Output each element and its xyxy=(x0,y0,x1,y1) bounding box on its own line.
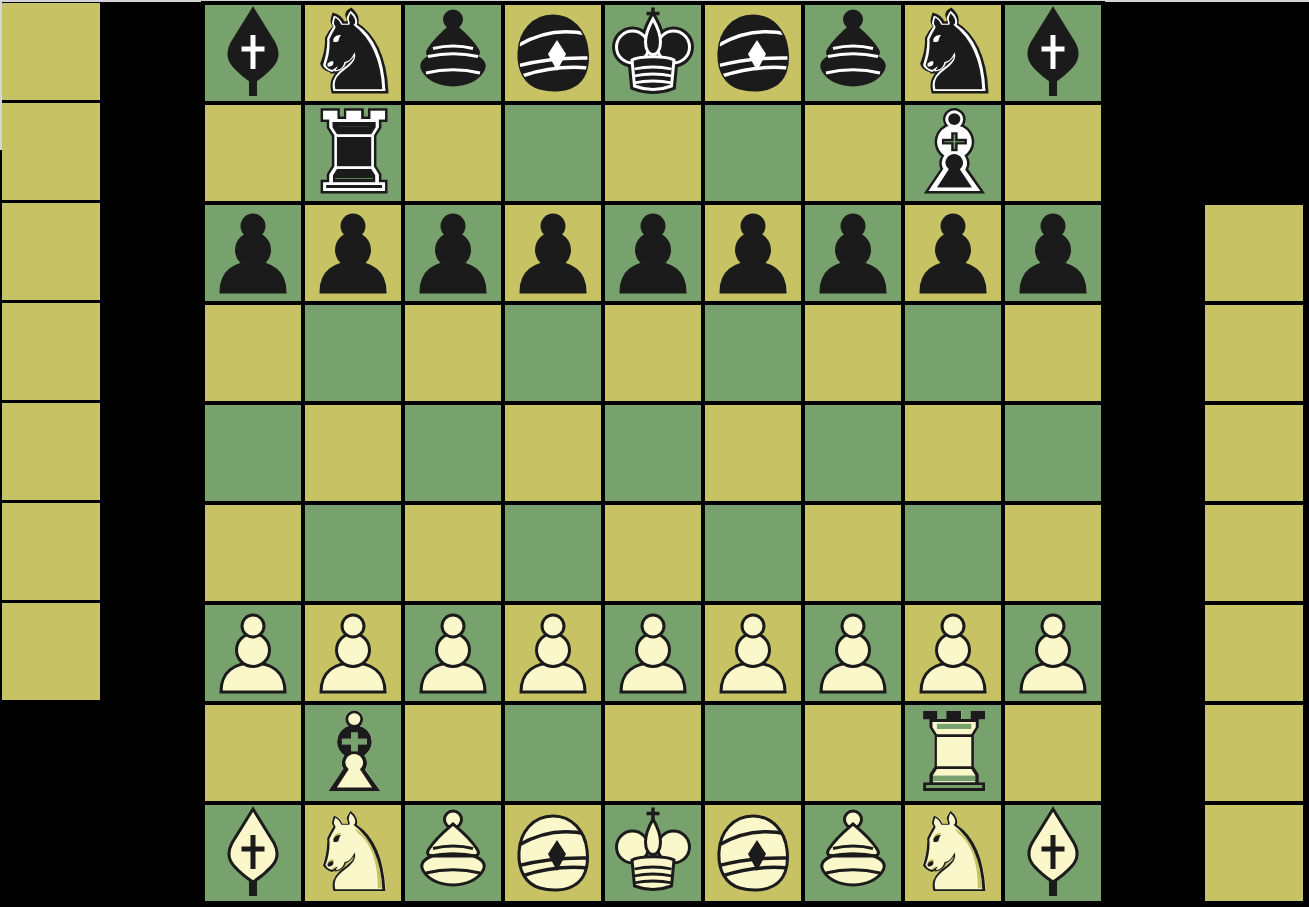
piece-graphic xyxy=(505,805,601,901)
square-e6[interactable] xyxy=(605,305,701,401)
piece-graphic xyxy=(205,605,301,701)
piece-black-pawn[interactable] xyxy=(505,205,601,301)
square-h4[interactable] xyxy=(905,505,1001,601)
piece-graphic xyxy=(905,205,1001,301)
piece-graphic xyxy=(505,5,601,101)
square-i9[interactable] xyxy=(1005,5,1101,101)
square-g9[interactable] xyxy=(805,5,901,101)
square-g5[interactable] xyxy=(805,405,901,501)
piece-graphic xyxy=(905,605,1001,701)
square-h8[interactable]: ♝♗ xyxy=(905,105,1001,201)
piece-fill-glyph: ♞ xyxy=(305,5,401,101)
shogi-board: ♞♘♞♘♜♖♝♗♝♗♜♖♞♘♞♘ xyxy=(201,1,1105,905)
piece-graphic xyxy=(205,5,301,101)
piece-white-pawn[interactable] xyxy=(505,605,601,701)
square-g6[interactable] xyxy=(805,305,901,401)
square-g2[interactable] xyxy=(805,705,901,801)
tray-left-slot-6[interactable] xyxy=(2,503,100,600)
piece-white-gold-general[interactable] xyxy=(705,805,801,901)
captured-pieces-tray-left xyxy=(2,3,100,700)
tray-right-slot-6[interactable] xyxy=(1205,705,1303,801)
tray-right-slot-7[interactable] xyxy=(1205,805,1303,901)
square-f2[interactable] xyxy=(705,705,801,801)
piece-graphic xyxy=(1005,205,1101,301)
piece-graphic xyxy=(605,805,701,901)
square-h9[interactable]: ♞♘ xyxy=(905,5,1001,101)
piece-black-gold-general[interactable] xyxy=(705,5,801,101)
piece-fill-glyph: ♞ xyxy=(905,5,1001,101)
square-c5[interactable] xyxy=(405,405,501,501)
piece-graphic xyxy=(705,205,801,301)
piece-white-lance[interactable] xyxy=(205,805,301,901)
square-e2[interactable] xyxy=(605,705,701,801)
square-h7[interactable] xyxy=(905,205,1001,301)
tray-left-slot-4[interactable] xyxy=(2,303,100,400)
piece-fill-glyph: ♞ xyxy=(305,805,401,901)
square-h5[interactable] xyxy=(905,405,1001,501)
square-a6[interactable] xyxy=(205,305,301,401)
square-g8[interactable] xyxy=(805,105,901,201)
piece-black-pawn[interactable] xyxy=(405,205,501,301)
piece-black-pawn[interactable] xyxy=(305,205,401,301)
tray-right-slot-5[interactable] xyxy=(1205,605,1303,701)
piece-outline-glyph: ♘ xyxy=(905,5,1001,101)
piece-outline-glyph: ♘ xyxy=(305,805,401,901)
square-f8[interactable] xyxy=(705,105,801,201)
square-b8[interactable]: ♜♖ xyxy=(305,105,401,201)
piece-graphic xyxy=(305,605,401,701)
square-d1[interactable] xyxy=(505,805,601,901)
piece-outline-glyph: ♘ xyxy=(905,805,1001,901)
piece-white-silver-general[interactable] xyxy=(405,805,501,901)
tray-left-slot-7[interactable] xyxy=(2,603,100,700)
square-b9[interactable]: ♞♘ xyxy=(305,5,401,101)
square-e5[interactable] xyxy=(605,405,701,501)
square-b1[interactable]: ♞♘ xyxy=(305,805,401,901)
piece-graphic xyxy=(505,605,601,701)
tray-right-slot-1[interactable] xyxy=(1205,205,1303,301)
square-d7[interactable] xyxy=(505,205,601,301)
piece-graphic xyxy=(805,205,901,301)
square-i2[interactable] xyxy=(1005,705,1101,801)
piece-white-pawn[interactable] xyxy=(1005,605,1101,701)
square-c3[interactable] xyxy=(405,605,501,701)
square-e4[interactable] xyxy=(605,505,701,601)
square-g3[interactable] xyxy=(805,605,901,701)
piece-black-knight[interactable]: ♞♘ xyxy=(305,5,401,101)
square-d5[interactable] xyxy=(505,405,601,501)
tray-right-slot-2[interactable] xyxy=(1205,305,1303,401)
square-d6[interactable] xyxy=(505,305,601,401)
square-c7[interactable] xyxy=(405,205,501,301)
square-i7[interactable] xyxy=(1005,205,1101,301)
square-h1[interactable]: ♞♘ xyxy=(905,805,1001,901)
piece-outline-glyph: ♖ xyxy=(305,105,401,201)
piece-white-pawn[interactable] xyxy=(905,605,1001,701)
square-a4[interactable] xyxy=(205,505,301,601)
piece-outline-glyph: ♖ xyxy=(905,705,1001,801)
piece-black-pawn[interactable] xyxy=(805,205,901,301)
piece-graphic xyxy=(405,205,501,301)
square-e8[interactable] xyxy=(605,105,701,201)
piece-black-pawn[interactable] xyxy=(705,205,801,301)
square-f9[interactable] xyxy=(705,5,801,101)
piece-graphic xyxy=(405,605,501,701)
square-c6[interactable] xyxy=(405,305,501,401)
piece-black-pawn[interactable] xyxy=(205,205,301,301)
piece-white-pawn[interactable] xyxy=(405,605,501,701)
piece-graphic xyxy=(405,805,501,901)
piece-black-pawn[interactable] xyxy=(905,205,1001,301)
square-c1[interactable] xyxy=(405,805,501,901)
piece-fill-glyph: ♜ xyxy=(905,705,1001,801)
piece-outline-glyph: ♘ xyxy=(305,5,401,101)
piece-black-knight[interactable]: ♞♘ xyxy=(905,5,1001,101)
square-i1[interactable] xyxy=(1005,805,1101,901)
square-c4[interactable] xyxy=(405,505,501,601)
square-i8[interactable] xyxy=(1005,105,1101,201)
piece-fill-glyph: ♞ xyxy=(905,805,1001,901)
piece-outline-glyph: ♗ xyxy=(305,705,401,801)
square-a9[interactable] xyxy=(205,5,301,101)
piece-graphic xyxy=(705,805,801,901)
square-c8[interactable] xyxy=(405,105,501,201)
piece-fill-glyph: ♝ xyxy=(305,705,401,801)
square-b3[interactable] xyxy=(305,605,401,701)
square-b4[interactable] xyxy=(305,505,401,601)
square-e7[interactable] xyxy=(605,205,701,301)
square-i4[interactable] xyxy=(1005,505,1101,601)
square-a5[interactable] xyxy=(205,405,301,501)
square-c2[interactable] xyxy=(405,705,501,801)
piece-graphic xyxy=(605,5,701,101)
piece-fill-glyph: ♝ xyxy=(905,105,1001,201)
square-a3[interactable] xyxy=(205,605,301,701)
piece-white-pawn[interactable] xyxy=(305,605,401,701)
tray-left-slot-5[interactable] xyxy=(2,403,100,500)
piece-graphic xyxy=(1005,605,1101,701)
piece-white-gold-general[interactable] xyxy=(505,805,601,901)
piece-black-pawn[interactable] xyxy=(1005,205,1101,301)
square-b5[interactable] xyxy=(305,405,401,501)
piece-graphic xyxy=(305,205,401,301)
piece-graphic xyxy=(505,205,601,301)
square-a2[interactable] xyxy=(205,705,301,801)
captured-pieces-tray-right xyxy=(1205,201,1303,901)
piece-graphic xyxy=(805,805,901,901)
piece-graphic xyxy=(405,5,501,101)
square-a8[interactable] xyxy=(205,105,301,201)
piece-graphic xyxy=(1005,805,1101,901)
piece-black-pawn[interactable] xyxy=(605,205,701,301)
square-d4[interactable] xyxy=(505,505,601,601)
piece-graphic xyxy=(605,205,701,301)
square-i5[interactable] xyxy=(1005,405,1101,501)
piece-graphic xyxy=(205,205,301,301)
square-d2[interactable] xyxy=(505,705,601,801)
piece-white-pawn[interactable] xyxy=(805,605,901,701)
square-f4[interactable] xyxy=(705,505,801,601)
winboard-canvas: ♞♘♞♘♜♖♝♗♝♗♜♖♞♘♞♘ xyxy=(0,0,1309,907)
square-e1[interactable] xyxy=(605,805,701,901)
square-g4[interactable] xyxy=(805,505,901,601)
piece-white-silver-general[interactable] xyxy=(805,805,901,901)
square-a7[interactable] xyxy=(205,205,301,301)
piece-fill-glyph: ♜ xyxy=(305,105,401,201)
piece-white-knight[interactable]: ♞♘ xyxy=(305,805,401,901)
square-f5[interactable] xyxy=(705,405,801,501)
piece-black-lance[interactable] xyxy=(1005,5,1101,101)
piece-graphic xyxy=(605,605,701,701)
piece-black-rook[interactable]: ♜♖ xyxy=(305,105,401,201)
piece-graphic xyxy=(805,605,901,701)
tray-left-slot-3[interactable] xyxy=(2,203,100,300)
piece-graphic xyxy=(1005,5,1101,101)
piece-graphic xyxy=(805,5,901,101)
piece-white-lance[interactable] xyxy=(1005,805,1101,901)
square-f6[interactable] xyxy=(705,305,801,401)
square-i3[interactable] xyxy=(1005,605,1101,701)
piece-graphic xyxy=(705,5,801,101)
piece-white-pawn[interactable] xyxy=(605,605,701,701)
square-i6[interactable] xyxy=(1005,305,1101,401)
square-e3[interactable] xyxy=(605,605,701,701)
piece-black-bishop[interactable]: ♝♗ xyxy=(905,105,1001,201)
square-h3[interactable] xyxy=(905,605,1001,701)
square-d3[interactable] xyxy=(505,605,601,701)
piece-outline-glyph: ♗ xyxy=(905,105,1001,201)
piece-black-lance[interactable] xyxy=(205,5,301,101)
square-b2[interactable]: ♝♗ xyxy=(305,705,401,801)
piece-graphic xyxy=(705,605,801,701)
square-h2[interactable]: ♜♖ xyxy=(905,705,1001,801)
square-g1[interactable] xyxy=(805,805,901,901)
piece-graphic xyxy=(205,805,301,901)
square-h6[interactable] xyxy=(905,305,1001,401)
piece-white-king[interactable] xyxy=(605,805,701,901)
piece-black-gold-general[interactable] xyxy=(505,5,601,101)
tray-right-slot-3[interactable] xyxy=(1205,405,1303,501)
piece-black-silver-general[interactable] xyxy=(405,5,501,101)
square-d9[interactable] xyxy=(505,5,601,101)
piece-white-knight[interactable]: ♞♘ xyxy=(905,805,1001,901)
piece-black-king[interactable] xyxy=(605,5,701,101)
square-c9[interactable] xyxy=(405,5,501,101)
piece-white-rook[interactable]: ♜♖ xyxy=(905,705,1001,801)
square-d8[interactable] xyxy=(505,105,601,201)
square-b6[interactable] xyxy=(305,305,401,401)
tray-left-slot-2[interactable] xyxy=(2,103,100,200)
piece-black-silver-general[interactable] xyxy=(805,5,901,101)
square-b7[interactable] xyxy=(305,205,401,301)
square-g7[interactable] xyxy=(805,205,901,301)
square-e9[interactable] xyxy=(605,5,701,101)
square-a1[interactable] xyxy=(205,805,301,901)
piece-white-pawn[interactable] xyxy=(205,605,301,701)
piece-white-pawn[interactable] xyxy=(705,605,801,701)
square-f3[interactable] xyxy=(705,605,801,701)
square-f7[interactable] xyxy=(705,205,801,301)
piece-white-bishop[interactable]: ♝♗ xyxy=(305,705,401,801)
square-f1[interactable] xyxy=(705,805,801,901)
tray-right-slot-4[interactable] xyxy=(1205,505,1303,601)
tray-left-slot-1[interactable] xyxy=(2,3,100,100)
